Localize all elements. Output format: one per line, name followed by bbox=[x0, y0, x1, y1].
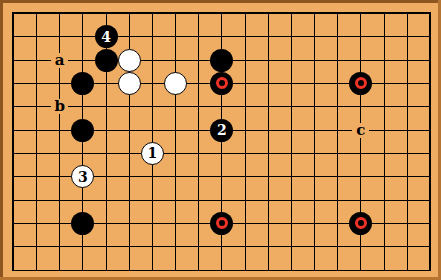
grid-horizontal-line bbox=[12, 246, 431, 247]
board-frame-top bbox=[0, 0, 441, 3]
grid-horizontal-line bbox=[12, 153, 431, 154]
point-label-a: a bbox=[51, 53, 68, 68]
black-stone bbox=[210, 49, 233, 72]
circle-mark-icon bbox=[216, 217, 228, 229]
grid-vertical-line bbox=[429, 12, 431, 271]
circle-mark-icon bbox=[216, 77, 228, 89]
white-stone-move-1: 1 bbox=[141, 142, 164, 165]
black-stone bbox=[71, 119, 94, 142]
white-stone-move-3: 3 bbox=[71, 165, 94, 188]
circle-mark-icon bbox=[355, 77, 367, 89]
go-board: abc4213 bbox=[0, 0, 441, 280]
grid-horizontal-line bbox=[12, 36, 431, 37]
white-stone bbox=[118, 49, 141, 72]
black-stone-circled bbox=[349, 72, 372, 95]
grid-horizontal-line bbox=[12, 106, 431, 107]
white-stone bbox=[118, 72, 141, 95]
point-label-c: c bbox=[352, 123, 369, 138]
grid-vertical-line bbox=[291, 12, 292, 271]
black-stone-move-4: 4 bbox=[95, 25, 118, 48]
black-stone bbox=[71, 212, 94, 235]
grid-horizontal-line bbox=[12, 200, 431, 201]
grid-vertical-line bbox=[407, 12, 408, 271]
move-number: 2 bbox=[217, 123, 227, 137]
grid-vertical-line bbox=[198, 12, 199, 271]
grid-vertical-line bbox=[175, 12, 176, 271]
black-stone bbox=[95, 49, 118, 72]
black-stone bbox=[71, 72, 94, 95]
move-number: 3 bbox=[78, 170, 88, 184]
grid-vertical-line bbox=[337, 12, 338, 271]
point-label-b: b bbox=[51, 99, 68, 114]
grid-horizontal-line bbox=[12, 270, 431, 271]
move-number: 1 bbox=[148, 146, 158, 160]
black-stone-circled bbox=[349, 212, 372, 235]
circle-mark-icon bbox=[355, 217, 367, 229]
grid-horizontal-line bbox=[12, 12, 431, 14]
black-stone-circled bbox=[210, 72, 233, 95]
grid-vertical-line bbox=[314, 12, 315, 271]
white-stone bbox=[164, 72, 187, 95]
move-number: 4 bbox=[101, 30, 111, 44]
grid-vertical-line bbox=[268, 12, 269, 271]
board-frame-left bbox=[0, 0, 3, 280]
grid-vertical-line bbox=[245, 12, 246, 271]
black-stone-circled bbox=[210, 212, 233, 235]
go-diagram: abc4213 bbox=[0, 0, 441, 280]
grid-vertical-line bbox=[12, 12, 14, 271]
grid-vertical-line bbox=[36, 12, 37, 271]
grid-vertical-line bbox=[384, 12, 385, 271]
black-stone-move-2: 2 bbox=[210, 119, 233, 142]
